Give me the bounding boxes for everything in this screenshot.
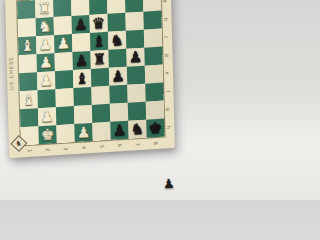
square-b4[interactable]: ♟	[72, 15, 90, 34]
file-label-f: f	[159, 86, 177, 96]
square-c4[interactable]	[72, 33, 90, 52]
square-b1[interactable]	[18, 18, 36, 37]
black-bishop[interactable]: ♝	[75, 71, 89, 87]
square-f1[interactable]: ♝	[19, 90, 37, 109]
square-d1[interactable]	[19, 54, 37, 73]
file-label-d: d	[158, 50, 176, 60]
rank-label-6: 6	[115, 136, 125, 155]
white-pawn[interactable]: ♟	[56, 36, 70, 52]
square-f6[interactable]	[109, 85, 127, 104]
white-pawn[interactable]: ♟	[39, 73, 53, 89]
square-c6[interactable]: ♞	[108, 31, 126, 50]
square-f2[interactable]	[37, 89, 55, 108]
square-c5[interactable]: ♝	[90, 32, 108, 51]
brand-text: US CHESS	[7, 39, 18, 106]
rank-label-8: 8	[151, 134, 161, 153]
square-g1[interactable]	[20, 108, 38, 127]
square-b5[interactable]: ♛	[89, 14, 107, 33]
square-b2[interactable]: ♞	[36, 17, 54, 36]
square-d2[interactable]: ♟	[37, 53, 55, 72]
white-bishop[interactable]: ♝	[20, 38, 34, 54]
white-pawn[interactable]: ♟	[40, 109, 54, 125]
board-grid: ♜♞♟♛♝♟♟♝♞♟♟♜♟♟♝♟♝♟♚♟♟♞♚	[17, 0, 165, 145]
rank-label-3: 3	[61, 139, 71, 158]
square-e1[interactable]	[19, 72, 37, 91]
square-c1[interactable]: ♝	[18, 36, 36, 55]
square-g6[interactable]	[110, 103, 128, 122]
square-e5[interactable]	[91, 68, 109, 87]
black-pawn[interactable]: ♟	[75, 53, 89, 69]
square-d7[interactable]: ♟	[126, 48, 144, 67]
black-pawn[interactable]: ♟	[129, 49, 143, 65]
file-label-a: a	[156, 0, 174, 6]
square-d5[interactable]: ♜	[90, 50, 108, 69]
square-e6[interactable]: ♟	[109, 67, 127, 86]
square-b3[interactable]	[54, 16, 72, 35]
white-bishop[interactable]: ♝	[22, 92, 36, 108]
white-pawn[interactable]: ♟	[38, 37, 52, 53]
square-a5[interactable]	[89, 0, 107, 15]
knight-logo-icon: ♞	[16, 140, 22, 147]
square-e3[interactable]	[55, 70, 73, 89]
captured-black-pawn[interactable]: ♟	[163, 177, 176, 191]
square-a2[interactable]: ♜	[35, 0, 53, 18]
black-queen[interactable]: ♛	[92, 15, 106, 31]
file-label-e: e	[158, 68, 176, 78]
square-g4[interactable]	[74, 105, 92, 124]
square-f5[interactable]	[91, 86, 109, 105]
black-knight[interactable]: ♞	[110, 32, 124, 48]
file-label-b: b	[157, 14, 175, 24]
rank-label-4: 4	[79, 138, 89, 157]
square-d3[interactable]	[54, 52, 72, 71]
black-pawn[interactable]: ♟	[111, 68, 125, 84]
square-g2[interactable]: ♟	[38, 107, 56, 126]
black-pawn[interactable]: ♟	[74, 17, 88, 33]
square-f3[interactable]	[55, 88, 73, 107]
rank-label-7: 7	[133, 135, 143, 154]
white-rook[interactable]: ♜	[37, 1, 51, 17]
square-g7[interactable]	[128, 102, 146, 121]
rank-label-2: 2	[43, 140, 53, 159]
square-b6[interactable]	[107, 13, 125, 32]
chess-board: US CHESS ♜♞♟♛♝♟♟♝♞♟♟♜♟♟♝♟♝♟♚♟♟♞♚ 1234567…	[5, 0, 175, 158]
square-a1[interactable]	[17, 0, 35, 19]
square-f7[interactable]	[127, 84, 145, 103]
white-pawn[interactable]: ♟	[39, 55, 53, 71]
square-d4[interactable]: ♟	[72, 51, 90, 70]
black-bishop[interactable]: ♝	[92, 33, 106, 49]
black-rook[interactable]: ♜	[93, 51, 107, 67]
rank-label-5: 5	[97, 137, 107, 156]
white-knight[interactable]: ♞	[38, 19, 52, 35]
square-e7[interactable]	[127, 66, 145, 85]
square-g3[interactable]	[56, 106, 74, 125]
file-label-h: h	[160, 122, 178, 132]
file-label-c: c	[157, 32, 175, 42]
square-e4[interactable]: ♝	[73, 69, 91, 88]
square-a3[interactable]	[53, 0, 71, 17]
file-label-g: g	[159, 104, 177, 114]
square-g5[interactable]	[92, 104, 110, 123]
square-f4[interactable]	[73, 87, 91, 106]
square-c3[interactable]: ♟	[54, 34, 72, 53]
square-e2[interactable]: ♟	[37, 71, 55, 90]
square-c7[interactable]	[126, 30, 144, 49]
square-a4[interactable]	[71, 0, 89, 16]
square-d6[interactable]	[108, 49, 126, 68]
square-c2[interactable]: ♟	[36, 35, 54, 54]
square-b7[interactable]	[125, 12, 143, 31]
rank-label-1: 1	[25, 141, 35, 160]
square-a6[interactable]	[107, 0, 125, 14]
